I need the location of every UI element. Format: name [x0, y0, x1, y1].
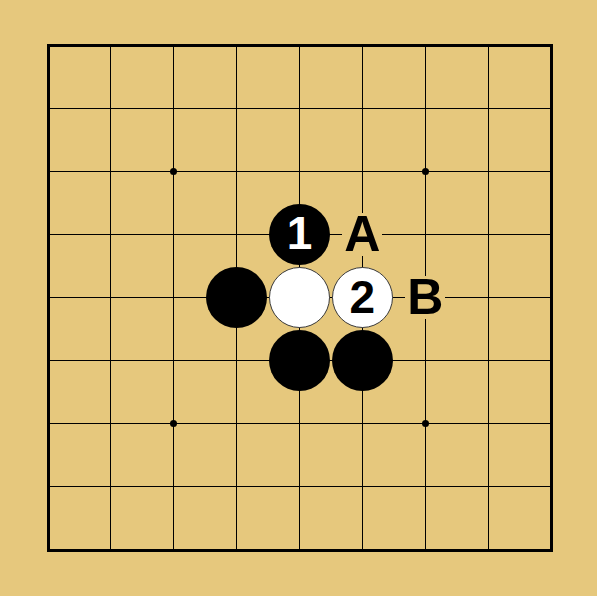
- point-label-a[interactable]: A: [342, 213, 382, 256]
- stone-move-number: 1: [287, 210, 313, 256]
- stone-move-number: 2: [350, 274, 376, 320]
- white-stone[interactable]: [269, 267, 330, 328]
- point-label-b[interactable]: B: [405, 276, 445, 319]
- black-stone[interactable]: [332, 330, 393, 391]
- go-board[interactable]: 12AB: [17, 13, 583, 581]
- point-label-text: B: [405, 276, 445, 319]
- point-label-text: A: [342, 213, 382, 256]
- star-point: [170, 420, 177, 427]
- star-point: [422, 420, 429, 427]
- black-stone[interactable]: [269, 330, 330, 391]
- star-point: [170, 168, 177, 175]
- black-stone[interactable]: [206, 267, 267, 328]
- black-stone[interactable]: 1: [269, 204, 330, 265]
- star-point: [422, 168, 429, 175]
- go-diagram: 12AB: [0, 0, 597, 596]
- white-stone[interactable]: 2: [332, 267, 393, 328]
